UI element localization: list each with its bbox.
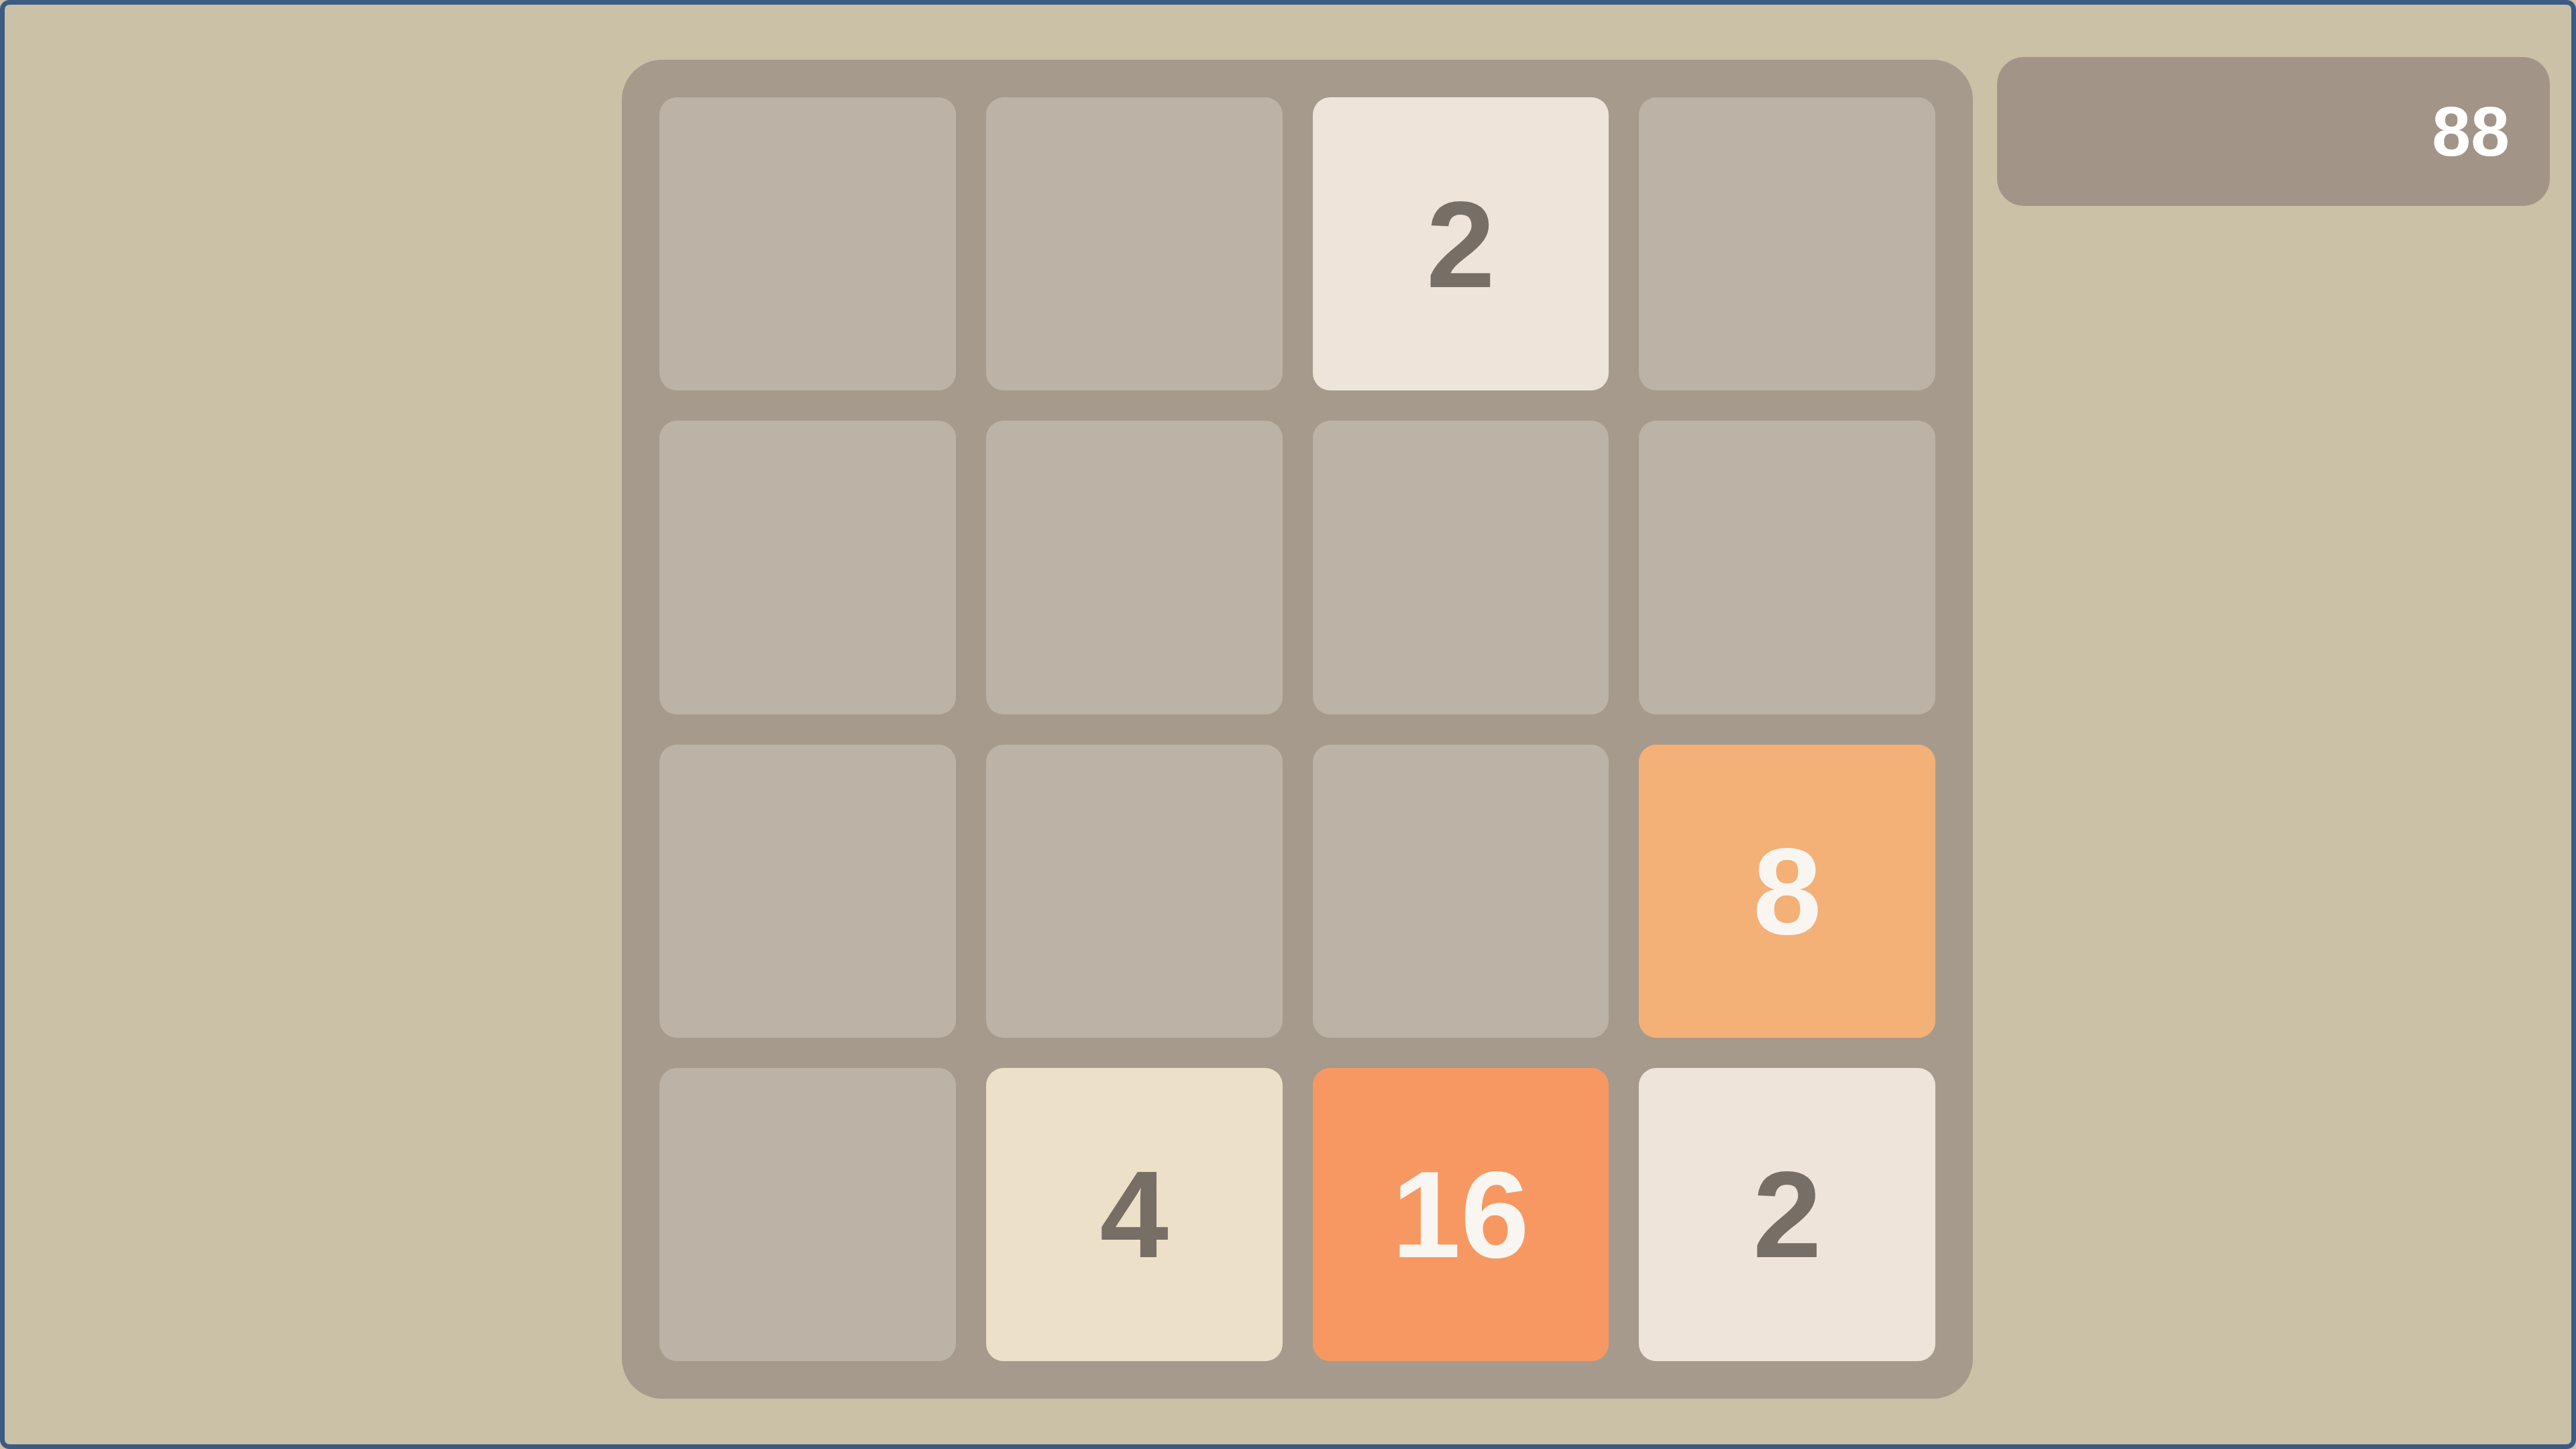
tile-4: 4 [986, 1068, 1283, 1361]
tile-2: 2 [1639, 1068, 1935, 1361]
board-cell-r2c2 [986, 421, 1283, 714]
game-board[interactable]: 284162 [622, 60, 1973, 1399]
board-cell-r4c2: 4 [986, 1068, 1283, 1361]
board-cell-r3c2 [986, 745, 1283, 1038]
board-cell-r1c2 [986, 97, 1283, 390]
board-cell-r2c1 [659, 421, 956, 714]
tile-16: 16 [1313, 1068, 1609, 1361]
score-box: 88 [1997, 57, 2550, 206]
board-cell-r3c3 [1313, 745, 1609, 1038]
tile-2: 2 [1313, 97, 1609, 390]
board-cell-r1c1 [659, 97, 956, 390]
board-cell-r1c3: 2 [1313, 97, 1609, 390]
board-cell-r3c4: 8 [1639, 745, 1935, 1038]
board-cell-r4c4: 2 [1639, 1068, 1935, 1361]
board-cell-r4c3: 16 [1313, 1068, 1609, 1361]
score-value: 88 [2432, 97, 2510, 166]
tile-8: 8 [1639, 745, 1935, 1038]
app-window: 284162 88 [0, 0, 2576, 1449]
board-cell-r1c4 [1639, 97, 1935, 390]
board-cell-r4c1 [659, 1068, 956, 1361]
board-cell-r2c3 [1313, 421, 1609, 714]
board-cell-r2c4 [1639, 421, 1935, 714]
board-cell-r3c1 [659, 745, 956, 1038]
